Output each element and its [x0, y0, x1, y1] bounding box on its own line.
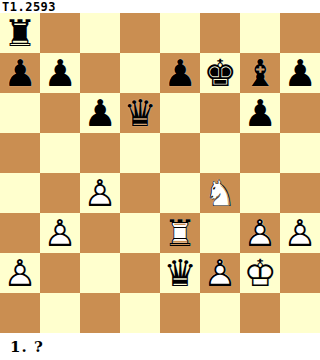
piece-white-pawn[interactable]: ♟♙: [0, 253, 40, 293]
square-h7[interactable]: ♟: [280, 53, 320, 93]
square-f5[interactable]: [200, 133, 240, 173]
square-e8[interactable]: [160, 13, 200, 53]
white-pawn-outline: ♙: [0, 253, 40, 293]
black-king-glyph: ♚: [200, 53, 240, 93]
header: T1.2593: [0, 0, 320, 13]
black-pawn-glyph: ♟: [0, 53, 40, 93]
piece-black-rook[interactable]: ♜: [0, 13, 40, 53]
square-d7[interactable]: [120, 53, 160, 93]
square-g6[interactable]: ♟: [240, 93, 280, 133]
square-g3[interactable]: ♟♙: [240, 213, 280, 253]
square-c3[interactable]: [80, 213, 120, 253]
square-a2[interactable]: ♟♙: [0, 253, 40, 293]
square-h1[interactable]: [280, 293, 320, 333]
square-e6[interactable]: [160, 93, 200, 133]
square-a4[interactable]: [0, 173, 40, 213]
piece-white-pawn[interactable]: ♟♙: [80, 173, 120, 213]
piece-black-pawn[interactable]: ♟: [240, 93, 280, 133]
piece-white-pawn[interactable]: ♟♙: [240, 213, 280, 253]
square-f6[interactable]: [200, 93, 240, 133]
piece-white-pawn[interactable]: ♟♙: [200, 253, 240, 293]
black-queen-glyph: ♛: [120, 93, 160, 133]
square-e5[interactable]: [160, 133, 200, 173]
square-a5[interactable]: [0, 133, 40, 173]
square-c2[interactable]: [80, 253, 120, 293]
square-b1[interactable]: [40, 293, 80, 333]
square-f2[interactable]: ♟♙: [200, 253, 240, 293]
square-b4[interactable]: [40, 173, 80, 213]
square-c7[interactable]: [80, 53, 120, 93]
piece-black-queen[interactable]: ♛: [120, 93, 160, 133]
black-pawn-glyph: ♟: [240, 93, 280, 133]
white-pawn-outline: ♙: [80, 173, 120, 213]
square-b7[interactable]: ♟: [40, 53, 80, 93]
piece-white-knight[interactable]: ♞♘: [200, 173, 240, 213]
black-pawn-glyph: ♟: [40, 53, 80, 93]
square-c8[interactable]: [80, 13, 120, 53]
piece-black-pawn[interactable]: ♟: [280, 53, 320, 93]
white-pawn-outline: ♙: [240, 213, 280, 253]
piece-black-pawn[interactable]: ♟: [160, 53, 200, 93]
square-e4[interactable]: [160, 173, 200, 213]
square-a1[interactable]: [0, 293, 40, 333]
footer: 1. ?: [0, 333, 320, 360]
white-pawn-outline: ♙: [200, 253, 240, 293]
white-pawn-outline: ♙: [40, 213, 80, 253]
piece-black-queen[interactable]: ♛: [160, 253, 200, 293]
piece-black-king[interactable]: ♚: [200, 53, 240, 93]
square-b6[interactable]: [40, 93, 80, 133]
square-h2[interactable]: [280, 253, 320, 293]
square-f4[interactable]: ♞♘: [200, 173, 240, 213]
white-pawn-outline: ♙: [280, 213, 320, 253]
puzzle-page: T1.2593 ♜♟♟♟♚♝♟♟♛♟♟♙♞♘♟♙♜♖♟♙♟♙♟♙♛♟♙♚♔ 1.…: [0, 0, 320, 360]
move-prompt: 1. ?: [0, 338, 44, 356]
square-g5[interactable]: [240, 133, 280, 173]
square-a3[interactable]: [0, 213, 40, 253]
white-king-outline: ♔: [240, 253, 280, 293]
piece-white-rook[interactable]: ♜♖: [160, 213, 200, 253]
square-d6[interactable]: ♛: [120, 93, 160, 133]
square-d1[interactable]: [120, 293, 160, 333]
square-e3[interactable]: ♜♖: [160, 213, 200, 253]
square-d4[interactable]: [120, 173, 160, 213]
white-knight-outline: ♘: [200, 173, 240, 213]
square-g1[interactable]: [240, 293, 280, 333]
square-b2[interactable]: [40, 253, 80, 293]
black-pawn-glyph: ♟: [280, 53, 320, 93]
square-h8[interactable]: [280, 13, 320, 53]
piece-black-pawn[interactable]: ♟: [40, 53, 80, 93]
chess-board[interactable]: ♜♟♟♟♚♝♟♟♛♟♟♙♞♘♟♙♜♖♟♙♟♙♟♙♛♟♙♚♔: [0, 13, 320, 333]
square-h5[interactable]: [280, 133, 320, 173]
square-g4[interactable]: [240, 173, 280, 213]
square-c5[interactable]: [80, 133, 120, 173]
piece-white-king[interactable]: ♚♔: [240, 253, 280, 293]
black-rook-glyph: ♜: [0, 13, 40, 53]
square-g2[interactable]: ♚♔: [240, 253, 280, 293]
piece-black-pawn[interactable]: ♟: [0, 53, 40, 93]
piece-black-pawn[interactable]: ♟: [80, 93, 120, 133]
piece-white-pawn[interactable]: ♟♙: [280, 213, 320, 253]
black-queen-glyph: ♛: [160, 253, 200, 293]
square-d2[interactable]: [120, 253, 160, 293]
black-pawn-glyph: ♟: [160, 53, 200, 93]
black-bishop-glyph: ♝: [240, 53, 280, 93]
square-g8[interactable]: [240, 13, 280, 53]
square-h3[interactable]: ♟♙: [280, 213, 320, 253]
square-a6[interactable]: [0, 93, 40, 133]
square-d5[interactable]: [120, 133, 160, 173]
square-f1[interactable]: [200, 293, 240, 333]
square-g7[interactable]: ♝: [240, 53, 280, 93]
piece-white-pawn[interactable]: ♟♙: [40, 213, 80, 253]
square-f8[interactable]: [200, 13, 240, 53]
square-f7[interactable]: ♚: [200, 53, 240, 93]
square-d3[interactable]: [120, 213, 160, 253]
piece-black-bishop[interactable]: ♝: [240, 53, 280, 93]
square-h6[interactable]: [280, 93, 320, 133]
square-e7[interactable]: ♟: [160, 53, 200, 93]
square-c1[interactable]: [80, 293, 120, 333]
square-a7[interactable]: ♟: [0, 53, 40, 93]
square-b8[interactable]: [40, 13, 80, 53]
square-b3[interactable]: ♟♙: [40, 213, 80, 253]
square-f3[interactable]: [200, 213, 240, 253]
square-h4[interactable]: [280, 173, 320, 213]
square-e2[interactable]: ♛: [160, 253, 200, 293]
square-c6[interactable]: ♟: [80, 93, 120, 133]
square-b5[interactable]: [40, 133, 80, 173]
square-e1[interactable]: [160, 293, 200, 333]
square-a8[interactable]: ♜: [0, 13, 40, 53]
square-d8[interactable]: [120, 13, 160, 53]
white-rook-outline: ♖: [160, 213, 200, 253]
black-pawn-glyph: ♟: [80, 93, 120, 133]
square-c4[interactable]: ♟♙: [80, 173, 120, 213]
